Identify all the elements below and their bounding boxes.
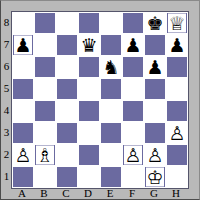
- square-a6[interactable]: [12, 56, 34, 78]
- square-h1[interactable]: [166, 166, 188, 188]
- piece-white-pawn-h3[interactable]: ♙: [168, 124, 186, 143]
- square-c3[interactable]: [56, 122, 78, 144]
- square-h4[interactable]: [166, 100, 188, 122]
- square-d7[interactable]: ♛: [78, 34, 100, 56]
- square-d5[interactable]: [78, 78, 100, 100]
- square-h5[interactable]: [166, 78, 188, 100]
- square-f3[interactable]: [122, 122, 144, 144]
- square-e1[interactable]: [100, 166, 122, 188]
- square-a4[interactable]: [12, 100, 34, 122]
- square-d2[interactable]: [78, 144, 100, 166]
- rank-label-1: 1: [2, 165, 11, 187]
- rank-label-7: 7: [2, 33, 11, 55]
- square-g7[interactable]: [144, 34, 166, 56]
- square-f5[interactable]: [122, 78, 144, 100]
- square-a1[interactable]: [12, 166, 34, 188]
- rank-label-4: 4: [2, 99, 11, 121]
- piece-black-pawn-a7[interactable]: ♟: [14, 36, 32, 55]
- square-e8[interactable]: [100, 12, 122, 34]
- piece-white-pawn-a2[interactable]: ♙: [14, 146, 32, 165]
- square-h7[interactable]: ♟: [166, 34, 188, 56]
- square-g5[interactable]: [144, 78, 166, 100]
- rank-label-8: 8: [2, 11, 11, 33]
- square-c2[interactable]: [56, 144, 78, 166]
- square-d6[interactable]: [78, 56, 100, 78]
- square-g1[interactable]: ♔: [144, 166, 166, 188]
- square-e5[interactable]: [100, 78, 122, 100]
- square-f8[interactable]: [122, 12, 144, 34]
- square-b6[interactable]: [34, 56, 56, 78]
- square-g8[interactable]: ♚: [144, 12, 166, 34]
- square-h6[interactable]: [166, 56, 188, 78]
- rank-label-2: 2: [2, 143, 11, 165]
- square-f6[interactable]: [122, 56, 144, 78]
- square-a5[interactable]: [12, 78, 34, 100]
- square-e2[interactable]: [100, 144, 122, 166]
- square-a7[interactable]: ♟: [12, 34, 34, 56]
- square-b4[interactable]: [34, 100, 56, 122]
- file-label-e: E: [99, 188, 121, 199]
- square-a8[interactable]: [12, 12, 34, 34]
- square-c8[interactable]: [56, 12, 78, 34]
- rank-label-3: 3: [2, 121, 11, 143]
- chess-app-window: ♚♕♟♛♟♟♞♟♙♙♗♙♙♔ 87654321ABCDEFGH: [0, 0, 200, 200]
- piece-black-pawn-h7[interactable]: ♟: [168, 36, 186, 55]
- square-e6[interactable]: ♞: [100, 56, 122, 78]
- file-label-c: C: [55, 188, 77, 199]
- piece-white-queen-h8[interactable]: ♕: [168, 14, 186, 33]
- rank-label-6: 6: [2, 55, 11, 77]
- file-label-h: H: [165, 188, 187, 199]
- piece-white-pawn-g2[interactable]: ♙: [146, 146, 164, 165]
- square-b5[interactable]: [34, 78, 56, 100]
- square-b7[interactable]: [34, 34, 56, 56]
- square-c6[interactable]: [56, 56, 78, 78]
- square-d8[interactable]: [78, 12, 100, 34]
- chess-board: ♚♕♟♛♟♟♞♟♙♙♗♙♙♔: [11, 11, 189, 189]
- square-b3[interactable]: [34, 122, 56, 144]
- square-a3[interactable]: [12, 122, 34, 144]
- piece-white-king-g1[interactable]: ♔: [146, 168, 164, 187]
- square-a2[interactable]: ♙: [12, 144, 34, 166]
- square-f1[interactable]: [122, 166, 144, 188]
- square-f2[interactable]: ♙: [122, 144, 144, 166]
- file-label-b: B: [33, 188, 55, 199]
- square-h3[interactable]: ♙: [166, 122, 188, 144]
- piece-white-bishop-b2[interactable]: ♗: [36, 146, 54, 165]
- square-c5[interactable]: [56, 78, 78, 100]
- square-d3[interactable]: [78, 122, 100, 144]
- file-label-d: D: [77, 188, 99, 199]
- square-h8[interactable]: ♕: [166, 12, 188, 34]
- piece-black-pawn-f7[interactable]: ♟: [124, 36, 142, 55]
- piece-black-king-g8[interactable]: ♚: [146, 14, 164, 33]
- square-d1[interactable]: [78, 166, 100, 188]
- square-f7[interactable]: ♟: [122, 34, 144, 56]
- square-e7[interactable]: [100, 34, 122, 56]
- square-b8[interactable]: [34, 12, 56, 34]
- square-c4[interactable]: [56, 100, 78, 122]
- square-e3[interactable]: [100, 122, 122, 144]
- rank-label-5: 5: [2, 77, 11, 99]
- square-c7[interactable]: [56, 34, 78, 56]
- file-label-a: A: [11, 188, 33, 199]
- file-label-g: G: [143, 188, 165, 199]
- square-e4[interactable]: [100, 100, 122, 122]
- piece-black-queen-d7[interactable]: ♛: [80, 36, 98, 55]
- square-h2[interactable]: [166, 144, 188, 166]
- piece-black-pawn-g6[interactable]: ♟: [146, 58, 164, 77]
- file-label-f: F: [121, 188, 143, 199]
- square-g4[interactable]: [144, 100, 166, 122]
- square-b1[interactable]: [34, 166, 56, 188]
- piece-white-pawn-f2[interactable]: ♙: [124, 146, 142, 165]
- square-f4[interactable]: [122, 100, 144, 122]
- square-c1[interactable]: [56, 166, 78, 188]
- square-g3[interactable]: [144, 122, 166, 144]
- square-g6[interactable]: ♟: [144, 56, 166, 78]
- square-g2[interactable]: ♙: [144, 144, 166, 166]
- square-b2[interactable]: ♗: [34, 144, 56, 166]
- square-d4[interactable]: [78, 100, 100, 122]
- piece-black-knight-e6[interactable]: ♞: [102, 58, 120, 77]
